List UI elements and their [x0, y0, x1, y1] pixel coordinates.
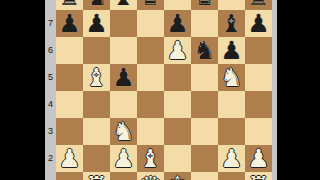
- square-d6[interactable]: [137, 37, 164, 64]
- piece-white-pawn-e6[interactable]: ♟: [164, 37, 191, 64]
- square-c4[interactable]: [110, 91, 137, 118]
- piece-white-queen-d1[interactable]: ♛: [137, 172, 164, 180]
- square-h2[interactable]: ♟: [245, 145, 272, 172]
- square-g6[interactable]: ♟: [218, 37, 245, 64]
- square-a1[interactable]: [56, 172, 83, 180]
- square-h4[interactable]: [245, 91, 272, 118]
- square-a5[interactable]: [56, 64, 83, 91]
- square-f5[interactable]: [191, 64, 218, 91]
- square-f6[interactable]: ♞: [191, 37, 218, 64]
- square-g3[interactable]: [218, 118, 245, 145]
- piece-black-pawn-h7[interactable]: ♟: [245, 10, 272, 37]
- piece-black-bishop-g7[interactable]: ♝: [218, 10, 245, 37]
- square-f4[interactable]: [191, 91, 218, 118]
- square-a7[interactable]: ♟: [56, 10, 83, 37]
- rank-label-7: 7: [45, 10, 56, 37]
- square-f1[interactable]: [191, 172, 218, 180]
- square-d7[interactable]: [137, 10, 164, 37]
- square-d8[interactable]: ♛: [137, 0, 164, 10]
- piece-black-pawn-g6[interactable]: ♟: [218, 37, 245, 64]
- piece-black-king-f8[interactable]: ♚: [191, 0, 218, 10]
- piece-black-pawn-c5[interactable]: ♟: [110, 64, 137, 91]
- rank-label-2: 2: [45, 145, 56, 172]
- square-f2[interactable]: [191, 145, 218, 172]
- piece-white-pawn-g2[interactable]: ♟: [218, 145, 245, 172]
- piece-white-king-e1[interactable]: ♚: [164, 172, 191, 180]
- square-h1[interactable]: ♜: [245, 172, 272, 180]
- piece-black-queen-d8[interactable]: ♛: [137, 0, 164, 10]
- square-a6[interactable]: [56, 37, 83, 64]
- piece-white-bishop-b5[interactable]: ♝: [83, 64, 110, 91]
- piece-white-pawn-c2[interactable]: ♟: [110, 145, 137, 172]
- square-e6[interactable]: ♟: [164, 37, 191, 64]
- square-h5[interactable]: [245, 64, 272, 91]
- square-h7[interactable]: ♟: [245, 10, 272, 37]
- square-g4[interactable]: [218, 91, 245, 118]
- square-e1[interactable]: ♚: [164, 172, 191, 180]
- square-d5[interactable]: [137, 64, 164, 91]
- piece-white-pawn-a2[interactable]: ♟: [56, 145, 83, 172]
- piece-black-bishop-c8[interactable]: ♝: [110, 0, 137, 10]
- piece-black-knight-f6[interactable]: ♞: [191, 37, 218, 64]
- square-a4[interactable]: [56, 91, 83, 118]
- rank-label-5: 5: [45, 64, 56, 91]
- square-e2[interactable]: [164, 145, 191, 172]
- square-g2[interactable]: ♟: [218, 145, 245, 172]
- square-c1[interactable]: [110, 172, 137, 180]
- square-b7[interactable]: ♟: [83, 10, 110, 37]
- square-h6[interactable]: [245, 37, 272, 64]
- square-d4[interactable]: [137, 91, 164, 118]
- chess-board[interactable]: ♜♞♝♛♚♜♟♟♟♝♟♟♞♟♝♟♞♞♟♟♝♟♟♜♛♚♜: [56, 0, 272, 180]
- square-c5[interactable]: ♟: [110, 64, 137, 91]
- piece-black-pawn-b7[interactable]: ♟: [83, 10, 110, 37]
- piece-white-knight-c3[interactable]: ♞: [110, 118, 137, 145]
- piece-white-rook-b1[interactable]: ♜: [83, 172, 110, 180]
- piece-white-pawn-h2[interactable]: ♟: [245, 145, 272, 172]
- square-g7[interactable]: ♝: [218, 10, 245, 37]
- square-b3[interactable]: [83, 118, 110, 145]
- square-b5[interactable]: ♝: [83, 64, 110, 91]
- square-d2[interactable]: ♝: [137, 145, 164, 172]
- square-b2[interactable]: [83, 145, 110, 172]
- rank-label-6: 6: [45, 37, 56, 64]
- square-e4[interactable]: [164, 91, 191, 118]
- square-c8[interactable]: ♝: [110, 0, 137, 10]
- square-a2[interactable]: ♟: [56, 145, 83, 172]
- piece-white-bishop-d2[interactable]: ♝: [137, 145, 164, 172]
- square-e7[interactable]: ♟: [164, 10, 191, 37]
- rank-label-3: 3: [45, 118, 56, 145]
- piece-white-knight-g5[interactable]: ♞: [218, 64, 245, 91]
- rank-label-4: 4: [45, 91, 56, 118]
- rank-label-8: 8: [45, 0, 56, 10]
- square-e5[interactable]: [164, 64, 191, 91]
- square-f8[interactable]: ♚: [191, 0, 218, 10]
- square-d1[interactable]: ♛: [137, 172, 164, 180]
- square-c7[interactable]: [110, 10, 137, 37]
- square-c6[interactable]: [110, 37, 137, 64]
- square-e3[interactable]: [164, 118, 191, 145]
- square-g1[interactable]: [218, 172, 245, 180]
- square-f3[interactable]: [191, 118, 218, 145]
- square-c2[interactable]: ♟: [110, 145, 137, 172]
- square-a3[interactable]: [56, 118, 83, 145]
- square-b6[interactable]: [83, 37, 110, 64]
- piece-white-rook-h1[interactable]: ♜: [245, 172, 272, 180]
- square-h3[interactable]: [245, 118, 272, 145]
- square-b4[interactable]: [83, 91, 110, 118]
- square-c3[interactable]: ♞: [110, 118, 137, 145]
- piece-black-pawn-a7[interactable]: ♟: [56, 10, 83, 37]
- board-frame: 87654321 ♜♞♝♛♚♜♟♟♟♝♟♟♞♟♝♟♞♞♟♟♝♟♟♜♛♚♜: [45, 0, 277, 180]
- square-d3[interactable]: [137, 118, 164, 145]
- square-b1[interactable]: ♜: [83, 172, 110, 180]
- piece-black-pawn-e7[interactable]: ♟: [164, 10, 191, 37]
- rank-label-1: 1: [45, 172, 56, 180]
- chess-diagram-canvas: 87654321 ♜♞♝♛♚♜♟♟♟♝♟♟♞♟♝♟♞♞♟♟♝♟♟♜♛♚♜: [0, 0, 320, 180]
- square-g5[interactable]: ♞: [218, 64, 245, 91]
- square-f7[interactable]: [191, 10, 218, 37]
